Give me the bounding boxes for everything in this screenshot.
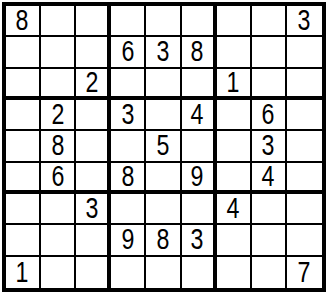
cell-r5c7[interactable] xyxy=(217,131,252,162)
given-digit: 3 xyxy=(191,225,204,254)
cell-r9c4[interactable] xyxy=(111,257,146,288)
cell-r9c6[interactable] xyxy=(182,257,217,288)
cell-r3c9[interactable] xyxy=(287,69,322,100)
given-digit: 3 xyxy=(121,100,134,129)
cell-r2c5[interactable]: 3 xyxy=(146,37,181,68)
cell-r2c2[interactable] xyxy=(41,37,76,68)
cell-r6c9[interactable] xyxy=(287,163,322,194)
given-digit: 6 xyxy=(51,163,64,191)
cell-r6c7[interactable] xyxy=(217,163,252,194)
given-digit: 5 xyxy=(157,131,170,160)
cell-r1c3[interactable] xyxy=(76,6,111,37)
cell-r6c6[interactable]: 9 xyxy=(182,163,217,194)
cell-r7c2[interactable] xyxy=(41,194,76,225)
cell-r7c1[interactable] xyxy=(6,194,41,225)
cell-r9c1[interactable]: 1 xyxy=(6,257,41,288)
cell-r5c8[interactable]: 3 xyxy=(252,131,287,162)
cell-r7c5[interactable] xyxy=(146,194,181,225)
given-digit: 6 xyxy=(262,100,275,129)
cell-r6c1[interactable] xyxy=(6,163,41,194)
given-digit: 3 xyxy=(298,6,311,35)
cell-r3c1[interactable] xyxy=(6,69,41,100)
page: 8363821234685368943498317 xyxy=(0,0,328,294)
given-digit: 1 xyxy=(227,69,240,97)
cell-r4c4[interactable]: 3 xyxy=(111,100,146,131)
cell-r1c7[interactable] xyxy=(217,6,252,37)
cell-r4c6[interactable]: 4 xyxy=(182,100,217,131)
cell-r3c7[interactable]: 1 xyxy=(217,69,252,100)
given-digit: 8 xyxy=(157,225,170,254)
cell-r9c9[interactable]: 7 xyxy=(287,257,322,288)
cell-r5c2[interactable]: 8 xyxy=(41,131,76,162)
cell-r5c3[interactable] xyxy=(76,131,111,162)
cell-r8c5[interactable]: 8 xyxy=(146,225,181,256)
cell-r2c9[interactable] xyxy=(287,37,322,68)
cell-r3c5[interactable] xyxy=(146,69,181,100)
cell-r1c4[interactable] xyxy=(111,6,146,37)
cell-r2c6[interactable]: 8 xyxy=(182,37,217,68)
cell-r4c1[interactable] xyxy=(6,100,41,131)
cell-r1c2[interactable] xyxy=(41,6,76,37)
given-digit: 1 xyxy=(16,258,29,287)
cell-r4c3[interactable] xyxy=(76,100,111,131)
cell-r2c4[interactable]: 6 xyxy=(111,37,146,68)
given-digit: 2 xyxy=(51,100,64,129)
cell-r9c8[interactable] xyxy=(252,257,287,288)
cell-r5c1[interactable] xyxy=(6,131,41,162)
cell-r5c6[interactable] xyxy=(182,131,217,162)
cell-r6c3[interactable] xyxy=(76,163,111,194)
cell-r1c9[interactable]: 3 xyxy=(287,6,322,37)
cell-r1c1[interactable]: 8 xyxy=(6,6,41,37)
cell-r2c1[interactable] xyxy=(6,37,41,68)
cell-r8c9[interactable] xyxy=(287,225,322,256)
given-digit: 8 xyxy=(191,37,204,66)
given-digit: 4 xyxy=(262,163,275,191)
cell-r7c6[interactable] xyxy=(182,194,217,225)
cell-r3c4[interactable] xyxy=(111,69,146,100)
cell-r8c7[interactable] xyxy=(217,225,252,256)
cell-r7c9[interactable] xyxy=(287,194,322,225)
cell-r7c4[interactable] xyxy=(111,194,146,225)
given-digit: 3 xyxy=(157,37,170,66)
cell-r4c2[interactable]: 2 xyxy=(41,100,76,131)
cell-r8c6[interactable]: 3 xyxy=(182,225,217,256)
cell-r6c2[interactable]: 6 xyxy=(41,163,76,194)
cell-r7c8[interactable] xyxy=(252,194,287,225)
cell-r5c5[interactable]: 5 xyxy=(146,131,181,162)
cell-r3c8[interactable] xyxy=(252,69,287,100)
cell-r8c2[interactable] xyxy=(41,225,76,256)
cell-r1c5[interactable] xyxy=(146,6,181,37)
cell-r8c3[interactable] xyxy=(76,225,111,256)
cell-r9c7[interactable] xyxy=(217,257,252,288)
cell-r6c8[interactable]: 4 xyxy=(252,163,287,194)
cell-r9c3[interactable] xyxy=(76,257,111,288)
cell-r2c8[interactable] xyxy=(252,37,287,68)
given-digit: 4 xyxy=(227,194,240,223)
given-digit: 8 xyxy=(51,131,64,160)
cell-r3c2[interactable] xyxy=(41,69,76,100)
cell-r6c5[interactable] xyxy=(146,163,181,194)
cell-r9c2[interactable] xyxy=(41,257,76,288)
cell-r6c4[interactable]: 8 xyxy=(111,163,146,194)
cell-r4c9[interactable] xyxy=(287,100,322,131)
cell-r9c5[interactable] xyxy=(146,257,181,288)
sudoku-board: 8363821234685368943498317 xyxy=(2,2,326,292)
cell-r1c6[interactable] xyxy=(182,6,217,37)
given-digit: 7 xyxy=(298,258,311,287)
cell-r4c8[interactable]: 6 xyxy=(252,100,287,131)
cell-r2c7[interactable] xyxy=(217,37,252,68)
given-digit: 8 xyxy=(121,163,134,191)
cell-r8c8[interactable] xyxy=(252,225,287,256)
cell-r4c5[interactable] xyxy=(146,100,181,131)
given-digit: 4 xyxy=(191,100,204,129)
given-digit: 9 xyxy=(191,163,204,191)
given-digit: 3 xyxy=(85,194,98,223)
cell-r5c9[interactable] xyxy=(287,131,322,162)
cell-r8c1[interactable] xyxy=(6,225,41,256)
cell-r3c3[interactable]: 2 xyxy=(76,69,111,100)
cell-r4c7[interactable] xyxy=(217,100,252,131)
given-digit: 9 xyxy=(121,225,134,254)
given-digit: 6 xyxy=(121,37,134,66)
cell-r7c3[interactable]: 3 xyxy=(76,194,111,225)
cell-r2c3[interactable] xyxy=(76,37,111,68)
cell-r7c7[interactable]: 4 xyxy=(217,194,252,225)
cell-r5c4[interactable] xyxy=(111,131,146,162)
cell-r1c8[interactable] xyxy=(252,6,287,37)
given-digit: 2 xyxy=(85,69,98,97)
cell-r3c6[interactable] xyxy=(182,69,217,100)
cell-r8c4[interactable]: 9 xyxy=(111,225,146,256)
given-digit: 8 xyxy=(16,6,29,35)
given-digit: 3 xyxy=(262,131,275,160)
